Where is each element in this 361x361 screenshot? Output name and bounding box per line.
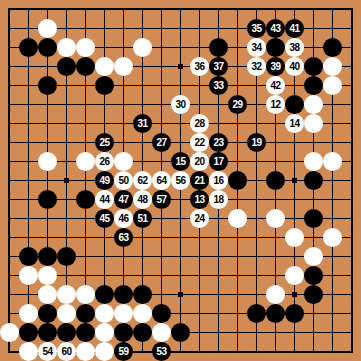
- intersection[interactable]: [285, 95, 304, 114]
- intersection[interactable]: [114, 152, 133, 171]
- intersection[interactable]: [114, 266, 133, 285]
- intersection[interactable]: [38, 171, 57, 190]
- intersection[interactable]: [323, 323, 342, 342]
- intersection[interactable]: [285, 285, 304, 304]
- white-stone[interactable]: [76, 285, 95, 304]
- intersection[interactable]: [0, 304, 19, 323]
- intersection[interactable]: [285, 342, 304, 361]
- black-stone[interactable]: [304, 209, 323, 228]
- white-stone[interactable]: 54: [38, 342, 57, 361]
- intersection[interactable]: [304, 190, 323, 209]
- intersection[interactable]: [19, 133, 38, 152]
- intersection[interactable]: [304, 57, 323, 76]
- intersection[interactable]: [114, 76, 133, 95]
- intersection[interactable]: [228, 19, 247, 38]
- intersection[interactable]: [19, 95, 38, 114]
- intersection[interactable]: [342, 38, 361, 57]
- black-stone[interactable]: [304, 285, 323, 304]
- intersection[interactable]: [171, 0, 190, 19]
- intersection[interactable]: [76, 247, 95, 266]
- intersection[interactable]: [76, 76, 95, 95]
- intersection[interactable]: [0, 114, 19, 133]
- intersection[interactable]: 23: [209, 133, 228, 152]
- white-stone[interactable]: [152, 323, 171, 342]
- intersection[interactable]: [209, 114, 228, 133]
- intersection[interactable]: [152, 114, 171, 133]
- intersection[interactable]: [19, 171, 38, 190]
- intersection[interactable]: [190, 228, 209, 247]
- intersection[interactable]: [95, 0, 114, 19]
- intersection[interactable]: [247, 342, 266, 361]
- intersection[interactable]: [285, 76, 304, 95]
- intersection[interactable]: [228, 190, 247, 209]
- intersection[interactable]: [323, 209, 342, 228]
- intersection[interactable]: [342, 0, 361, 19]
- black-stone[interactable]: 13: [190, 190, 209, 209]
- intersection[interactable]: [57, 285, 76, 304]
- intersection[interactable]: [247, 95, 266, 114]
- intersection[interactable]: [247, 209, 266, 228]
- intersection[interactable]: [247, 228, 266, 247]
- white-stone[interactable]: 16: [209, 171, 228, 190]
- intersection[interactable]: [171, 228, 190, 247]
- intersection[interactable]: [0, 38, 19, 57]
- intersection[interactable]: [0, 95, 19, 114]
- white-stone[interactable]: [266, 285, 285, 304]
- intersection[interactable]: [247, 266, 266, 285]
- intersection[interactable]: [57, 304, 76, 323]
- intersection[interactable]: [38, 266, 57, 285]
- intersection[interactable]: [304, 266, 323, 285]
- intersection[interactable]: [38, 323, 57, 342]
- white-stone[interactable]: 60: [57, 342, 76, 361]
- intersection[interactable]: [0, 0, 19, 19]
- intersection[interactable]: [95, 38, 114, 57]
- intersection[interactable]: [152, 95, 171, 114]
- white-stone[interactable]: [38, 266, 57, 285]
- intersection[interactable]: 27: [152, 133, 171, 152]
- white-stone[interactable]: 24: [190, 209, 209, 228]
- black-stone[interactable]: [171, 323, 190, 342]
- intersection[interactable]: [171, 57, 190, 76]
- intersection[interactable]: [266, 38, 285, 57]
- intersection[interactable]: [323, 133, 342, 152]
- black-stone[interactable]: [38, 190, 57, 209]
- intersection[interactable]: [323, 57, 342, 76]
- white-stone[interactable]: [57, 38, 76, 57]
- intersection[interactable]: [342, 171, 361, 190]
- intersection[interactable]: [228, 152, 247, 171]
- intersection[interactable]: [95, 304, 114, 323]
- intersection[interactable]: [190, 342, 209, 361]
- intersection[interactable]: [76, 0, 95, 19]
- intersection[interactable]: 24: [190, 209, 209, 228]
- intersection[interactable]: [171, 342, 190, 361]
- intersection[interactable]: 22: [190, 133, 209, 152]
- intersection[interactable]: [152, 57, 171, 76]
- intersection[interactable]: [285, 171, 304, 190]
- intersection[interactable]: [171, 266, 190, 285]
- white-stone[interactable]: 14: [285, 114, 304, 133]
- intersection[interactable]: [114, 323, 133, 342]
- intersection[interactable]: [19, 285, 38, 304]
- intersection[interactable]: [209, 38, 228, 57]
- intersection[interactable]: [76, 171, 95, 190]
- black-stone[interactable]: [304, 266, 323, 285]
- intersection[interactable]: [38, 114, 57, 133]
- intersection[interactable]: [266, 304, 285, 323]
- white-stone[interactable]: 50: [114, 171, 133, 190]
- intersection[interactable]: [38, 95, 57, 114]
- intersection[interactable]: [57, 171, 76, 190]
- intersection[interactable]: [114, 285, 133, 304]
- intersection[interactable]: [114, 247, 133, 266]
- intersection[interactable]: [38, 57, 57, 76]
- intersection[interactable]: 53: [152, 342, 171, 361]
- intersection[interactable]: 51: [133, 209, 152, 228]
- intersection[interactable]: [19, 304, 38, 323]
- intersection[interactable]: [95, 285, 114, 304]
- intersection[interactable]: 41: [285, 19, 304, 38]
- intersection[interactable]: [209, 304, 228, 323]
- intersection[interactable]: [342, 114, 361, 133]
- intersection[interactable]: [342, 152, 361, 171]
- intersection[interactable]: [190, 19, 209, 38]
- white-stone[interactable]: 20: [190, 152, 209, 171]
- intersection[interactable]: [133, 38, 152, 57]
- intersection[interactable]: [19, 323, 38, 342]
- intersection[interactable]: [0, 133, 19, 152]
- intersection[interactable]: [38, 76, 57, 95]
- black-stone[interactable]: [304, 171, 323, 190]
- intersection[interactable]: [19, 57, 38, 76]
- intersection[interactable]: [209, 0, 228, 19]
- intersection[interactable]: [57, 323, 76, 342]
- white-stone[interactable]: 18: [209, 190, 228, 209]
- intersection[interactable]: [152, 285, 171, 304]
- intersection[interactable]: [152, 228, 171, 247]
- black-stone[interactable]: [152, 304, 171, 323]
- white-stone[interactable]: [304, 114, 323, 133]
- intersection[interactable]: [266, 190, 285, 209]
- intersection[interactable]: [57, 266, 76, 285]
- intersection[interactable]: [57, 38, 76, 57]
- intersection[interactable]: [266, 342, 285, 361]
- intersection[interactable]: [0, 76, 19, 95]
- intersection[interactable]: [228, 76, 247, 95]
- white-stone[interactable]: [285, 266, 304, 285]
- black-stone[interactable]: [266, 38, 285, 57]
- white-stone[interactable]: [19, 266, 38, 285]
- intersection[interactable]: [152, 152, 171, 171]
- white-stone[interactable]: 34: [247, 38, 266, 57]
- intersection[interactable]: [323, 171, 342, 190]
- intersection[interactable]: [266, 0, 285, 19]
- intersection[interactable]: [171, 133, 190, 152]
- intersection[interactable]: 21: [190, 171, 209, 190]
- intersection[interactable]: [76, 323, 95, 342]
- black-stone[interactable]: [285, 304, 304, 323]
- black-stone[interactable]: [209, 38, 228, 57]
- intersection[interactable]: [152, 0, 171, 19]
- intersection[interactable]: [76, 152, 95, 171]
- intersection[interactable]: [76, 285, 95, 304]
- intersection[interactable]: [247, 76, 266, 95]
- intersection[interactable]: [0, 171, 19, 190]
- intersection[interactable]: 30: [171, 95, 190, 114]
- intersection[interactable]: [152, 209, 171, 228]
- intersection[interactable]: [323, 285, 342, 304]
- intersection[interactable]: [266, 114, 285, 133]
- intersection[interactable]: [57, 209, 76, 228]
- intersection[interactable]: 43: [266, 19, 285, 38]
- intersection[interactable]: [171, 114, 190, 133]
- intersection[interactable]: [228, 38, 247, 57]
- intersection[interactable]: [285, 228, 304, 247]
- black-stone[interactable]: [57, 247, 76, 266]
- intersection[interactable]: 60: [57, 342, 76, 361]
- black-stone[interactable]: [38, 38, 57, 57]
- black-stone[interactable]: 35: [247, 19, 266, 38]
- intersection[interactable]: [38, 19, 57, 38]
- intersection[interactable]: [57, 19, 76, 38]
- intersection[interactable]: [190, 304, 209, 323]
- white-stone[interactable]: 22: [190, 133, 209, 152]
- intersection[interactable]: [342, 19, 361, 38]
- black-stone[interactable]: 41: [285, 19, 304, 38]
- black-stone[interactable]: [228, 171, 247, 190]
- intersection[interactable]: [209, 285, 228, 304]
- intersection[interactable]: [171, 323, 190, 342]
- white-stone[interactable]: 56: [171, 171, 190, 190]
- intersection[interactable]: [133, 19, 152, 38]
- intersection[interactable]: 44: [95, 190, 114, 209]
- intersection[interactable]: [38, 0, 57, 19]
- black-stone[interactable]: 39: [266, 57, 285, 76]
- intersection[interactable]: [152, 76, 171, 95]
- intersection[interactable]: [266, 247, 285, 266]
- white-stone[interactable]: 64: [152, 171, 171, 190]
- intersection[interactable]: [304, 342, 323, 361]
- black-stone[interactable]: 43: [266, 19, 285, 38]
- intersection[interactable]: [19, 114, 38, 133]
- intersection[interactable]: [19, 38, 38, 57]
- black-stone[interactable]: [133, 323, 152, 342]
- intersection[interactable]: [304, 0, 323, 19]
- intersection[interactable]: [171, 38, 190, 57]
- intersection[interactable]: [114, 304, 133, 323]
- intersection[interactable]: [95, 228, 114, 247]
- intersection[interactable]: [228, 209, 247, 228]
- intersection[interactable]: [342, 323, 361, 342]
- intersection[interactable]: [323, 247, 342, 266]
- black-stone[interactable]: [19, 247, 38, 266]
- intersection[interactable]: 39: [266, 57, 285, 76]
- intersection[interactable]: 26: [95, 152, 114, 171]
- intersection[interactable]: [19, 19, 38, 38]
- white-stone[interactable]: [57, 304, 76, 323]
- intersection[interactable]: 17: [209, 152, 228, 171]
- intersection[interactable]: [190, 38, 209, 57]
- intersection[interactable]: [38, 228, 57, 247]
- intersection[interactable]: [285, 304, 304, 323]
- intersection[interactable]: [76, 133, 95, 152]
- white-stone[interactable]: 62: [133, 171, 152, 190]
- intersection[interactable]: [171, 285, 190, 304]
- intersection[interactable]: [114, 133, 133, 152]
- black-stone[interactable]: [266, 304, 285, 323]
- white-stone[interactable]: 32: [247, 57, 266, 76]
- intersection[interactable]: [38, 209, 57, 228]
- intersection[interactable]: [323, 0, 342, 19]
- intersection[interactable]: 14: [285, 114, 304, 133]
- intersection[interactable]: [171, 209, 190, 228]
- intersection[interactable]: [114, 57, 133, 76]
- intersection[interactable]: [304, 38, 323, 57]
- intersection[interactable]: [133, 133, 152, 152]
- black-stone[interactable]: 31: [133, 114, 152, 133]
- intersection[interactable]: [38, 285, 57, 304]
- intersection[interactable]: [19, 247, 38, 266]
- intersection[interactable]: [95, 95, 114, 114]
- intersection[interactable]: [19, 190, 38, 209]
- intersection[interactable]: 54: [38, 342, 57, 361]
- intersection[interactable]: [152, 247, 171, 266]
- intersection[interactable]: [304, 171, 323, 190]
- intersection[interactable]: [76, 190, 95, 209]
- intersection[interactable]: [342, 285, 361, 304]
- intersection[interactable]: 62: [133, 171, 152, 190]
- intersection[interactable]: 15: [171, 152, 190, 171]
- intersection[interactable]: [19, 342, 38, 361]
- white-stone[interactable]: [114, 152, 133, 171]
- white-stone[interactable]: [95, 323, 114, 342]
- intersection[interactable]: [38, 38, 57, 57]
- black-stone[interactable]: 51: [133, 209, 152, 228]
- intersection[interactable]: [247, 190, 266, 209]
- white-stone[interactable]: [76, 38, 95, 57]
- black-stone[interactable]: 57: [152, 190, 171, 209]
- intersection[interactable]: [323, 114, 342, 133]
- intersection[interactable]: [114, 95, 133, 114]
- intersection[interactable]: [0, 266, 19, 285]
- intersection[interactable]: [247, 323, 266, 342]
- intersection[interactable]: 63: [114, 228, 133, 247]
- intersection[interactable]: [323, 304, 342, 323]
- intersection[interactable]: [342, 95, 361, 114]
- intersection[interactable]: [0, 247, 19, 266]
- intersection[interactable]: [57, 57, 76, 76]
- white-stone[interactable]: [114, 304, 133, 323]
- intersection[interactable]: [304, 228, 323, 247]
- intersection[interactable]: 18: [209, 190, 228, 209]
- intersection[interactable]: [323, 38, 342, 57]
- intersection[interactable]: [342, 304, 361, 323]
- intersection[interactable]: [76, 19, 95, 38]
- white-stone[interactable]: 42: [266, 76, 285, 95]
- black-stone[interactable]: 23: [209, 133, 228, 152]
- intersection[interactable]: [342, 76, 361, 95]
- black-stone[interactable]: [76, 304, 95, 323]
- intersection[interactable]: [304, 152, 323, 171]
- black-stone[interactable]: 37: [209, 57, 228, 76]
- intersection[interactable]: [209, 323, 228, 342]
- intersection[interactable]: [342, 342, 361, 361]
- intersection[interactable]: 40: [285, 57, 304, 76]
- intersection[interactable]: [76, 304, 95, 323]
- intersection[interactable]: [152, 266, 171, 285]
- intersection[interactable]: [228, 114, 247, 133]
- intersection[interactable]: [38, 133, 57, 152]
- intersection[interactable]: 45: [95, 209, 114, 228]
- intersection[interactable]: [304, 19, 323, 38]
- intersection[interactable]: [171, 76, 190, 95]
- intersection[interactable]: [285, 247, 304, 266]
- black-stone[interactable]: 19: [247, 133, 266, 152]
- intersection[interactable]: [342, 228, 361, 247]
- white-stone[interactable]: [19, 342, 38, 361]
- intersection[interactable]: [133, 304, 152, 323]
- intersection[interactable]: [57, 133, 76, 152]
- intersection[interactable]: [0, 190, 19, 209]
- intersection[interactable]: [133, 57, 152, 76]
- intersection[interactable]: [323, 190, 342, 209]
- intersection[interactable]: [304, 285, 323, 304]
- black-stone[interactable]: [114, 323, 133, 342]
- intersection[interactable]: [38, 190, 57, 209]
- intersection[interactable]: [323, 342, 342, 361]
- intersection[interactable]: [133, 95, 152, 114]
- intersection[interactable]: [228, 342, 247, 361]
- white-stone[interactable]: 38: [285, 38, 304, 57]
- white-stone[interactable]: [323, 152, 342, 171]
- intersection[interactable]: 49: [95, 171, 114, 190]
- white-stone[interactable]: 44: [95, 190, 114, 209]
- white-stone[interactable]: 28: [190, 114, 209, 133]
- intersection[interactable]: [0, 285, 19, 304]
- intersection[interactable]: 33: [209, 76, 228, 95]
- intersection[interactable]: [209, 209, 228, 228]
- intersection[interactable]: [190, 76, 209, 95]
- black-stone[interactable]: 25: [95, 133, 114, 152]
- intersection[interactable]: [0, 228, 19, 247]
- intersection[interactable]: [190, 0, 209, 19]
- intersection[interactable]: [247, 0, 266, 19]
- black-stone[interactable]: [247, 304, 266, 323]
- intersection[interactable]: [19, 228, 38, 247]
- black-stone[interactable]: [76, 57, 95, 76]
- intersection[interactable]: [304, 323, 323, 342]
- intersection[interactable]: [171, 19, 190, 38]
- intersection[interactable]: [323, 95, 342, 114]
- intersection[interactable]: [0, 19, 19, 38]
- white-stone[interactable]: 48: [133, 190, 152, 209]
- intersection[interactable]: [133, 0, 152, 19]
- intersection[interactable]: 20: [190, 152, 209, 171]
- white-stone[interactable]: [76, 152, 95, 171]
- intersection[interactable]: [209, 266, 228, 285]
- intersection[interactable]: [95, 323, 114, 342]
- intersection[interactable]: [285, 209, 304, 228]
- intersection[interactable]: [133, 285, 152, 304]
- intersection[interactable]: [228, 57, 247, 76]
- intersection[interactable]: [76, 114, 95, 133]
- intersection[interactable]: [342, 247, 361, 266]
- intersection[interactable]: 47: [114, 190, 133, 209]
- intersection[interactable]: [76, 228, 95, 247]
- intersection[interactable]: [209, 95, 228, 114]
- white-stone[interactable]: [19, 304, 38, 323]
